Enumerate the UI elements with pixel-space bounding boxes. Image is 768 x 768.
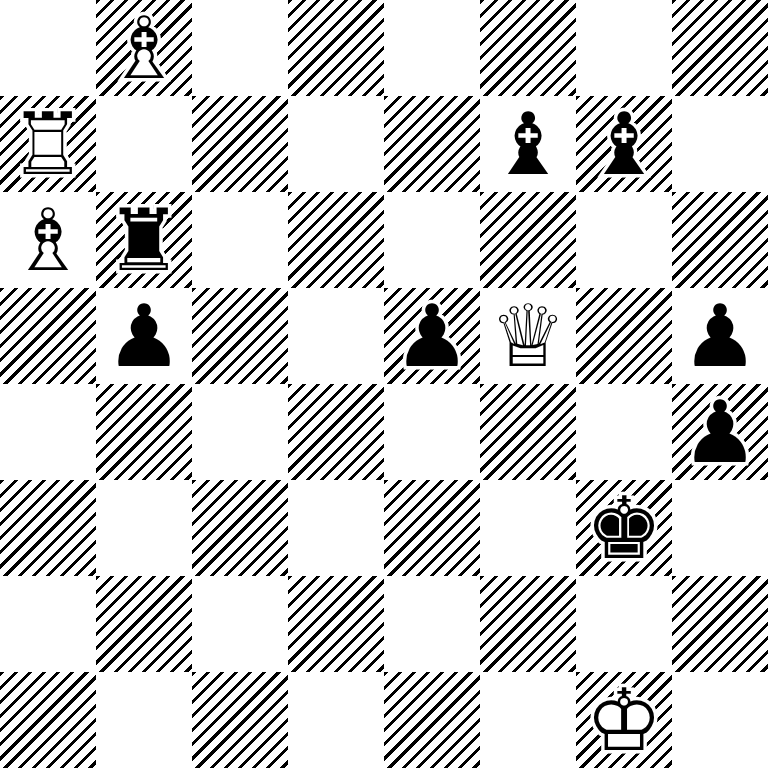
square-f8[interactable] [480, 0, 576, 96]
piece-glyph: ♗ [0, 192, 96, 288]
square-b1[interactable] [96, 672, 192, 768]
piece-glyph: ♟ [96, 288, 192, 384]
square-b7[interactable] [96, 96, 192, 192]
piece-glyph: ♚ [576, 480, 672, 576]
square-f2[interactable] [480, 576, 576, 672]
square-a6[interactable]: ♝♗ [0, 192, 96, 288]
square-g3[interactable]: ♚♚ [576, 480, 672, 576]
square-b3[interactable] [96, 480, 192, 576]
square-d7[interactable] [288, 96, 384, 192]
square-h1[interactable] [672, 672, 768, 768]
square-h2[interactable] [672, 576, 768, 672]
square-f7[interactable]: ♝♝ [480, 96, 576, 192]
square-a4[interactable] [0, 384, 96, 480]
white-bishop-piece: ♝♗ [96, 0, 192, 96]
square-h4[interactable]: ♟♟ [672, 384, 768, 480]
chess-board: ♝♗♜♖♝♝♝♝♝♗♜♜♟♟♟♟♛♕♟♟♟♟♚♚♚♔ [0, 0, 768, 768]
square-c5[interactable] [192, 288, 288, 384]
square-e1[interactable] [384, 672, 480, 768]
white-bishop-piece: ♝♗ [0, 192, 96, 288]
piece-glyph: ♔ [576, 672, 672, 768]
square-e5[interactable]: ♟♟ [384, 288, 480, 384]
square-d5[interactable] [288, 288, 384, 384]
square-f6[interactable] [480, 192, 576, 288]
square-f5[interactable]: ♛♕ [480, 288, 576, 384]
square-e7[interactable] [384, 96, 480, 192]
square-a3[interactable] [0, 480, 96, 576]
square-e4[interactable] [384, 384, 480, 480]
square-a1[interactable] [0, 672, 96, 768]
square-e8[interactable] [384, 0, 480, 96]
square-b4[interactable] [96, 384, 192, 480]
square-d2[interactable] [288, 576, 384, 672]
square-f1[interactable] [480, 672, 576, 768]
square-e3[interactable] [384, 480, 480, 576]
square-a8[interactable] [0, 0, 96, 96]
black-bishop-piece: ♝♝ [480, 96, 576, 192]
square-d6[interactable] [288, 192, 384, 288]
piece-glyph: ♟ [672, 384, 768, 480]
piece-glyph: ♜ [96, 192, 192, 288]
square-f4[interactable] [480, 384, 576, 480]
piece-glyph: ♝ [480, 96, 576, 192]
square-h5[interactable]: ♟♟ [672, 288, 768, 384]
black-pawn-piece: ♟♟ [96, 288, 192, 384]
square-h7[interactable] [672, 96, 768, 192]
black-rook-piece: ♜♜ [96, 192, 192, 288]
square-c1[interactable] [192, 672, 288, 768]
square-c4[interactable] [192, 384, 288, 480]
square-g5[interactable] [576, 288, 672, 384]
square-d1[interactable] [288, 672, 384, 768]
square-a7[interactable]: ♜♖ [0, 96, 96, 192]
black-king-piece: ♚♚ [576, 480, 672, 576]
white-rook-piece: ♜♖ [0, 96, 96, 192]
black-pawn-piece: ♟♟ [672, 288, 768, 384]
square-h3[interactable] [672, 480, 768, 576]
square-c7[interactable] [192, 96, 288, 192]
square-g4[interactable] [576, 384, 672, 480]
white-queen-piece: ♛♕ [480, 288, 576, 384]
square-d4[interactable] [288, 384, 384, 480]
square-a2[interactable] [0, 576, 96, 672]
black-pawn-piece: ♟♟ [672, 384, 768, 480]
piece-glyph: ♟ [672, 288, 768, 384]
square-e6[interactable] [384, 192, 480, 288]
black-bishop-piece: ♝♝ [576, 96, 672, 192]
square-g7[interactable]: ♝♝ [576, 96, 672, 192]
square-g2[interactable] [576, 576, 672, 672]
square-d3[interactable] [288, 480, 384, 576]
square-h6[interactable] [672, 192, 768, 288]
square-b6[interactable]: ♜♜ [96, 192, 192, 288]
square-b8[interactable]: ♝♗ [96, 0, 192, 96]
square-b2[interactable] [96, 576, 192, 672]
square-a5[interactable] [0, 288, 96, 384]
piece-glyph: ♟ [384, 288, 480, 384]
square-b5[interactable]: ♟♟ [96, 288, 192, 384]
white-king-piece: ♚♔ [576, 672, 672, 768]
black-pawn-piece: ♟♟ [384, 288, 480, 384]
piece-glyph: ♝ [576, 96, 672, 192]
square-c2[interactable] [192, 576, 288, 672]
piece-glyph: ♖ [0, 96, 96, 192]
square-f3[interactable] [480, 480, 576, 576]
square-h8[interactable] [672, 0, 768, 96]
square-g8[interactable] [576, 0, 672, 96]
square-d8[interactable] [288, 0, 384, 96]
square-c3[interactable] [192, 480, 288, 576]
square-c6[interactable] [192, 192, 288, 288]
piece-glyph: ♕ [480, 288, 576, 384]
square-e2[interactable] [384, 576, 480, 672]
square-g6[interactable] [576, 192, 672, 288]
square-g1[interactable]: ♚♔ [576, 672, 672, 768]
square-c8[interactable] [192, 0, 288, 96]
piece-glyph: ♗ [96, 0, 192, 96]
